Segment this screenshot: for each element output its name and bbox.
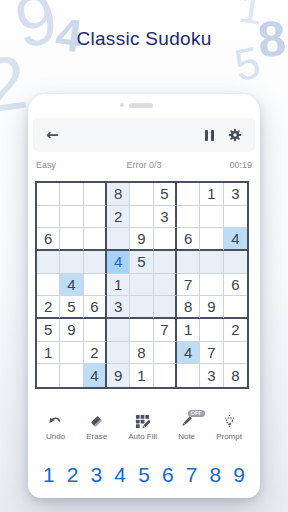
grid-cell-r6c8[interactable]: 9: [200, 296, 223, 319]
grid-cell-r8c6[interactable]: [154, 342, 177, 365]
grid-cell-r6c2[interactable]: 5: [60, 296, 83, 319]
grid-cell-r3c6[interactable]: [154, 228, 177, 251]
grid-cell-r7c8[interactable]: [200, 319, 223, 342]
grid-cell-r6c5[interactable]: [130, 296, 153, 319]
grid-cell-r5c1[interactable]: [37, 274, 60, 297]
grid-cell-r5c9[interactable]: 6: [224, 274, 247, 297]
grid-cell-r3c3[interactable]: [84, 228, 107, 251]
toolbar: Undo Erase: [34, 407, 254, 447]
grid-cell-r7c1[interactable]: 5: [37, 319, 60, 342]
auto-fill-icon: [135, 414, 151, 430]
grid-cell-r8c7[interactable]: 4: [177, 342, 200, 365]
grid-cell-r8c8[interactable]: 7: [200, 342, 223, 365]
grid-cell-r3c1[interactable]: 6: [37, 228, 60, 251]
grid-cell-r9c2[interactable]: [60, 364, 83, 387]
numpad-7[interactable]: 7: [186, 464, 198, 485]
grid-cell-r4c5[interactable]: 5: [130, 251, 153, 274]
numpad-4[interactable]: 4: [114, 464, 126, 485]
grid-cell-r4c3[interactable]: [84, 251, 107, 274]
grid-cell-r8c2[interactable]: [60, 342, 83, 365]
pause-icon[interactable]: [205, 130, 214, 141]
page: 9 4 2 1 8 5 Classic Sudoku ←: [0, 0, 288, 512]
grid-cell-r2c2[interactable]: [60, 206, 83, 229]
grid-cell-r1c9[interactable]: 3: [224, 183, 247, 206]
app-bar: ←: [33, 118, 255, 152]
grid-cell-r3c7[interactable]: 6: [177, 228, 200, 251]
grid-cell-r1c6[interactable]: 5: [154, 183, 177, 206]
grid-cell-r4c7[interactable]: [177, 251, 200, 274]
number-pad: 123456789: [36, 454, 252, 494]
grid-cell-r9c7[interactable]: [177, 364, 200, 387]
grid-cell-r2c6[interactable]: 3: [154, 206, 177, 229]
grid-cell-r4c9[interactable]: [224, 251, 247, 274]
grid-cell-r5c4[interactable]: 1: [107, 274, 130, 297]
eraser-icon: [89, 414, 105, 430]
tool-label: Erase: [86, 432, 107, 441]
grid-cell-r2c4[interactable]: 2: [107, 206, 130, 229]
grid-cell-r6c7[interactable]: 8: [177, 296, 200, 319]
grid-cell-r1c7[interactable]: [177, 183, 200, 206]
grid-cell-r2c3[interactable]: [84, 206, 107, 229]
grid-cell-r9c1[interactable]: [37, 364, 60, 387]
grid-cell-r5c6[interactable]: [154, 274, 177, 297]
grid-cell-r9c3[interactable]: 4: [84, 364, 107, 387]
grid-cell-r4c8[interactable]: [200, 251, 223, 274]
speaker-slot: [129, 103, 153, 108]
grid-cell-r8c1[interactable]: 1: [37, 342, 60, 365]
grid-cell-r2c7[interactable]: [177, 206, 200, 229]
grid-cell-r2c1[interactable]: [37, 206, 60, 229]
grid-cell-r7c9[interactable]: 2: [224, 319, 247, 342]
grid-cell-r3c5[interactable]: 9: [130, 228, 153, 251]
grid-cell-r5c5[interactable]: [130, 274, 153, 297]
grid-cell-r4c1[interactable]: [37, 251, 60, 274]
grid-cell-r1c5[interactable]: [130, 183, 153, 206]
note-button[interactable]: OFF Note: [178, 414, 195, 441]
numpad-2[interactable]: 2: [67, 464, 79, 485]
erase-button[interactable]: Erase: [86, 414, 107, 441]
grid-cell-r5c2[interactable]: 4: [60, 274, 83, 297]
back-icon[interactable]: ←: [46, 128, 59, 143]
prompt-bulb-icon: [221, 414, 237, 430]
grid-cell-r9c5[interactable]: 1: [130, 364, 153, 387]
undo-button[interactable]: Undo: [46, 414, 65, 441]
grid-cell-r3c2[interactable]: [60, 228, 83, 251]
grid-cell-r8c9[interactable]: [224, 342, 247, 365]
grid-cell-r7c2[interactable]: 9: [60, 319, 83, 342]
grid-cell-r3c8[interactable]: [200, 228, 223, 251]
grid-cell-r7c4[interactable]: [107, 319, 130, 342]
grid-cell-r4c4[interactable]: 4: [107, 251, 130, 274]
numpad-1[interactable]: 1: [43, 464, 55, 485]
grid-cell-r4c2[interactable]: [60, 251, 83, 274]
grid-cell-r4c6[interactable]: [154, 251, 177, 274]
grid-cell-r7c3[interactable]: [84, 319, 107, 342]
grid-cell-r6c3[interactable]: 6: [84, 296, 107, 319]
grid-cell-r6c1[interactable]: 2: [37, 296, 60, 319]
grid-cell-r7c6[interactable]: 7: [154, 319, 177, 342]
sudoku-board: 8513236964454176256389597121284749138: [35, 181, 249, 389]
grid-cell-r7c7[interactable]: 1: [177, 319, 200, 342]
grid-cell-r5c8[interactable]: [200, 274, 223, 297]
numpad-5[interactable]: 5: [138, 464, 150, 485]
page-title: Classic Sudoku: [0, 28, 288, 50]
bg-number: 1: [236, 0, 266, 32]
settings-gear-icon[interactable]: [228, 128, 242, 142]
bg-number: 2: [0, 43, 31, 124]
tool-label: Undo: [46, 432, 65, 441]
grid-cell-r1c2[interactable]: [60, 183, 83, 206]
grid-cell-r1c1[interactable]: [37, 183, 60, 206]
grid-cell-r1c3[interactable]: [84, 183, 107, 206]
phone-mockup: ← Ea: [28, 94, 260, 498]
note-off-badge: OFF: [188, 410, 205, 418]
grid-cell-r6c6[interactable]: [154, 296, 177, 319]
numpad-9[interactable]: 9: [233, 464, 245, 485]
grid-cell-r2c5[interactable]: [130, 206, 153, 229]
numpad-3[interactable]: 3: [91, 464, 103, 485]
grid-cell-r7c5[interactable]: [130, 319, 153, 342]
grid-cell-r9c6[interactable]: [154, 364, 177, 387]
grid-cell-r5c7[interactable]: 7: [177, 274, 200, 297]
tool-label: Auto Fill: [128, 432, 157, 441]
grid-cell-r8c4[interactable]: [107, 342, 130, 365]
prompt-button[interactable]: Prompt: [216, 414, 242, 441]
grid-cell-r2c9[interactable]: [224, 206, 247, 229]
grid-cell-r3c9[interactable]: 4: [224, 228, 247, 251]
grid-cell-r1c8[interactable]: 1: [200, 183, 223, 206]
grid-cell-r9c9[interactable]: 8: [224, 364, 247, 387]
status-bar: Easy Error 0/3 00:19: [36, 157, 252, 173]
grid-cell-r6c9[interactable]: [224, 296, 247, 319]
grid-cell-r9c4[interactable]: 9: [107, 364, 130, 387]
numpad-8[interactable]: 8: [209, 464, 221, 485]
undo-icon: [48, 414, 64, 430]
grid-cell-r1c4[interactable]: 8: [107, 183, 130, 206]
grid-cell-r9c8[interactable]: 3: [200, 364, 223, 387]
grid-cell-r2c8[interactable]: [200, 206, 223, 229]
numpad-6[interactable]: 6: [162, 464, 174, 485]
auto-fill-button[interactable]: Auto Fill: [128, 414, 157, 441]
camera-dot: [120, 103, 124, 107]
grid-cell-r6c4[interactable]: 3: [107, 296, 130, 319]
tool-label: Note: [178, 432, 195, 441]
grid-cell-r3c4[interactable]: [107, 228, 130, 251]
grid-cell-r8c5[interactable]: 8: [130, 342, 153, 365]
note-pencil-icon: OFF: [179, 414, 195, 430]
grid-cell-r5c3[interactable]: [84, 274, 107, 297]
grid-cell-r8c3[interactable]: 2: [84, 342, 107, 365]
tool-label: Prompt: [216, 432, 242, 441]
error-counter: Error 0/3: [36, 160, 252, 170]
